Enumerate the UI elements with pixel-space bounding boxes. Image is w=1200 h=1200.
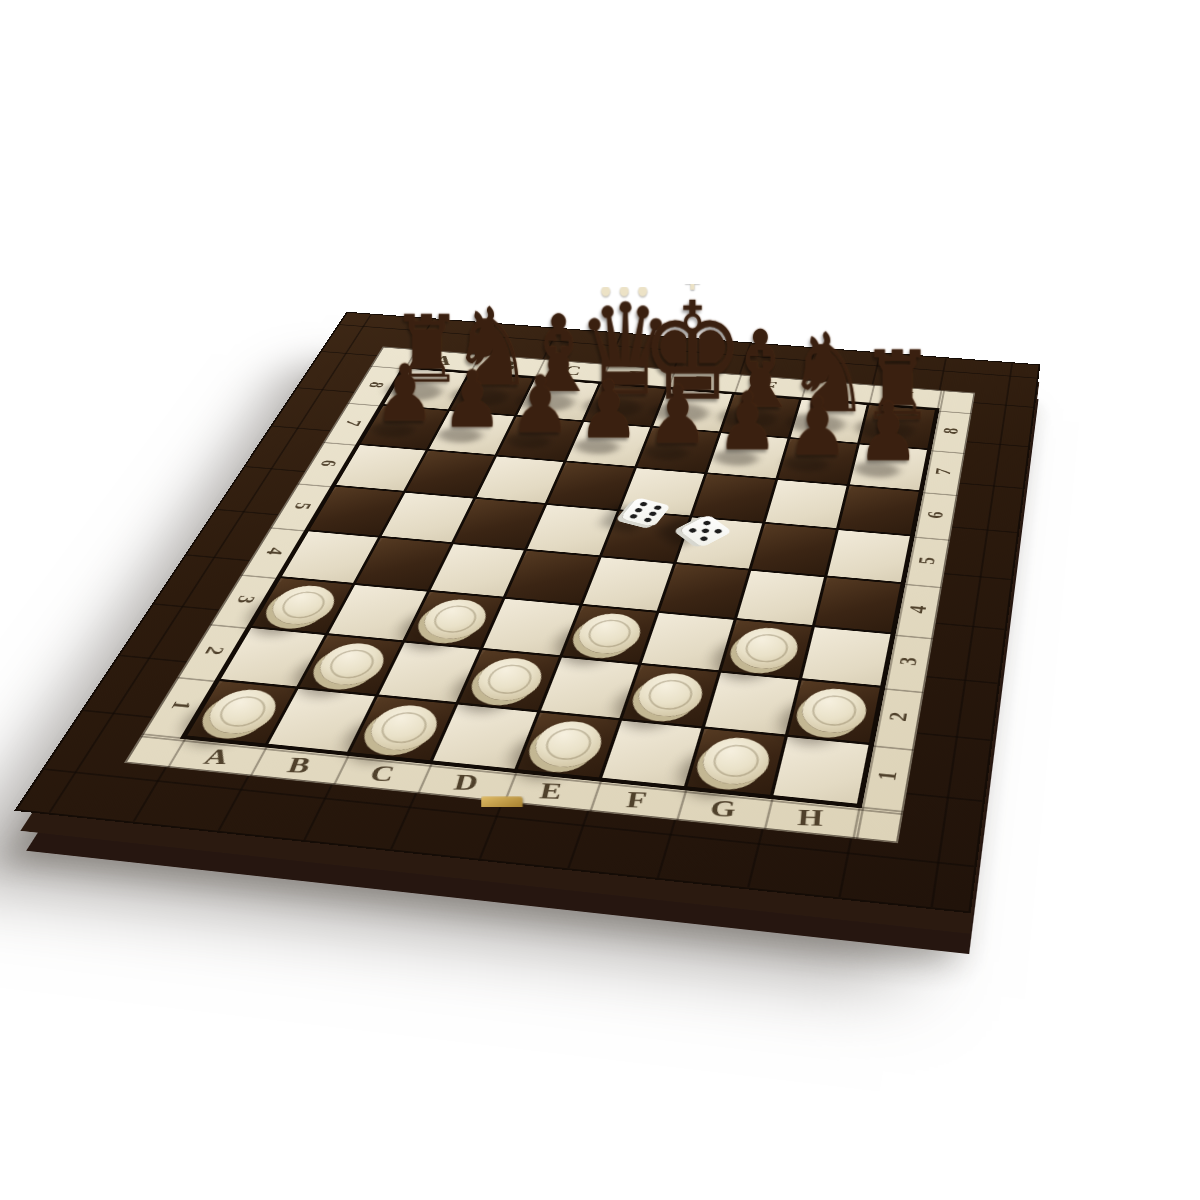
die-pip: [629, 513, 638, 519]
black-pawn-e7[interactable]: ♟: [647, 375, 709, 455]
black-pawn-h7[interactable]: ♟: [858, 392, 920, 473]
black-pawn-f7[interactable]: ♟: [717, 381, 779, 461]
die-pip: [701, 528, 711, 534]
square-h1[interactable]: [773, 737, 868, 804]
king-cream-cross-icon: ✚: [684, 269, 701, 293]
black-pawn-a7[interactable]: ♟: [374, 354, 435, 433]
die-pip: [702, 520, 712, 526]
die-pip: [653, 505, 662, 510]
die-pip: [634, 508, 643, 513]
board-scene: AABBCCDDEEFFGGHH1122334455667788♜♞♝♛● ● …: [0, 0, 1200, 1200]
square-d5[interactable]: [528, 505, 616, 555]
black-pawn-b7[interactable]: ♟: [442, 359, 503, 438]
die-pip: [688, 527, 698, 533]
square-h4[interactable]: [815, 577, 900, 632]
square-h5[interactable]: [827, 530, 909, 581]
black-pawn-d7[interactable]: ♟: [578, 370, 640, 450]
die-pip: [714, 528, 724, 534]
square-e4[interactable]: [583, 557, 673, 610]
die-pip: [699, 536, 709, 542]
square-f1[interactable]: [602, 721, 701, 786]
die-pip: [639, 502, 648, 507]
die-pip: [643, 517, 652, 523]
black-pawn-g7[interactable]: ♟: [787, 386, 849, 467]
black-pawn-c7[interactable]: ♟: [510, 364, 571, 443]
board-plane: AABBCCDDEEFFGGHH1122334455667788♜♞♝♛● ● …: [18, 313, 1039, 911]
die-pip: [648, 511, 657, 516]
